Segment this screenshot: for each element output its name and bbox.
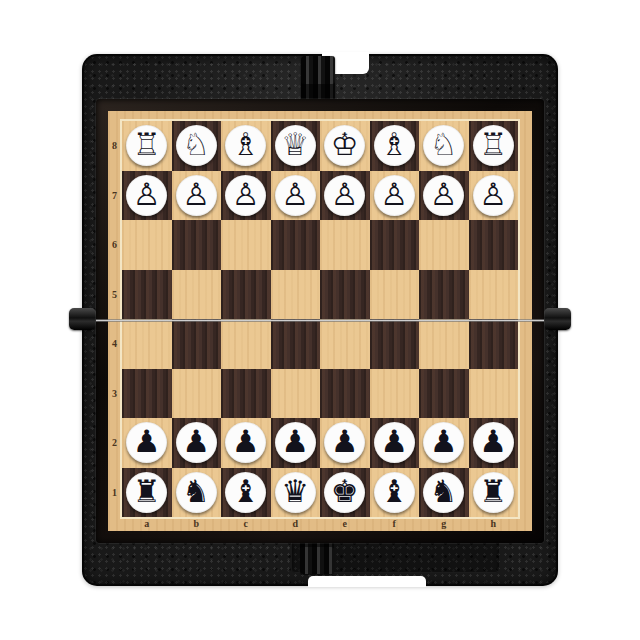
square-f8: ♗	[370, 121, 420, 171]
piece-black-pawn: ♟	[275, 422, 316, 463]
square-b4	[172, 319, 222, 369]
chess-piece-glyph: ♟	[380, 426, 408, 457]
piece-black-knight: ♞	[176, 472, 217, 513]
square-a5	[122, 270, 172, 320]
bottom-latch-notch	[308, 576, 426, 587]
square-g1: ♞	[419, 468, 469, 518]
square-e2: ♟	[320, 418, 370, 468]
square-c2: ♟	[221, 418, 271, 468]
square-a2: ♟	[122, 418, 172, 468]
square-d5	[271, 270, 321, 320]
square-c1: ♝	[221, 468, 271, 518]
square-c3	[221, 369, 271, 419]
square-b6	[172, 220, 222, 270]
square-f4	[370, 319, 420, 369]
piece-black-pawn: ♟	[374, 422, 415, 463]
square-c7: ♙	[221, 171, 271, 221]
square-e8: ♔	[320, 121, 370, 171]
chess-piece-glyph: ♟	[281, 426, 309, 457]
square-d3	[271, 369, 321, 419]
chess-piece-glyph: ♙	[430, 179, 458, 210]
piece-white-knight: ♘	[423, 125, 464, 166]
chess-piece-glyph: ♟	[133, 426, 161, 457]
chess-piece-glyph: ♙	[232, 179, 260, 210]
piece-white-bishop: ♗	[374, 125, 415, 166]
square-a3	[122, 369, 172, 419]
piece-black-king: ♚	[324, 472, 365, 513]
left-hinge-icon	[69, 308, 96, 330]
square-h3	[469, 369, 519, 419]
square-d4	[271, 319, 321, 369]
piece-white-pawn: ♙	[374, 175, 415, 216]
chess-piece-glyph: ♙	[182, 179, 210, 210]
chess-piece-glyph: ♟	[182, 426, 210, 457]
square-f6	[370, 220, 420, 270]
square-h8: ♖	[469, 121, 519, 171]
chess-piece-glyph: ♙	[133, 179, 161, 210]
square-e4	[320, 319, 370, 369]
chess-piece-glyph: ♗	[232, 129, 260, 160]
piece-white-pawn: ♙	[275, 175, 316, 216]
square-g3	[419, 369, 469, 419]
square-c8: ♗	[221, 121, 271, 171]
chess-piece-glyph: ♜	[133, 476, 161, 507]
chess-piece-glyph: ♟	[479, 426, 507, 457]
chess-piece-glyph: ♝	[232, 476, 260, 507]
square-a8: ♖	[122, 121, 172, 171]
square-a6	[122, 220, 172, 270]
board-frame: 87654321 abcdefgh ♖♘♗♕♔♗♘♖♙♙♙♙♙♙♙♙♟♟♟♟♟♟…	[96, 99, 544, 543]
chess-piece-glyph: ♙	[380, 179, 408, 210]
square-d1: ♛	[271, 468, 321, 518]
square-c6	[221, 220, 271, 270]
square-g4	[419, 319, 469, 369]
piece-white-rook: ♖	[126, 125, 167, 166]
square-f1: ♝	[370, 468, 420, 518]
piece-black-knight: ♞	[423, 472, 464, 513]
chess-piece-glyph: ♙	[281, 179, 309, 210]
chess-piece-glyph: ♙	[331, 179, 359, 210]
piece-white-bishop: ♗	[225, 125, 266, 166]
chess-piece-glyph: ♖	[133, 129, 161, 160]
piece-black-rook: ♜	[473, 472, 514, 513]
piece-black-bishop: ♝	[225, 472, 266, 513]
square-f5	[370, 270, 420, 320]
square-h2: ♟	[469, 418, 519, 468]
right-hinge-icon	[544, 308, 571, 330]
square-b5	[172, 270, 222, 320]
piece-white-king: ♔	[324, 125, 365, 166]
piece-black-pawn: ♟	[126, 422, 167, 463]
piece-white-pawn: ♙	[225, 175, 266, 216]
chess-piece-glyph: ♟	[232, 426, 260, 457]
piece-white-queen: ♕	[275, 125, 316, 166]
chess-piece-glyph: ♟	[331, 426, 359, 457]
chess-piece-glyph: ♗	[380, 129, 408, 160]
square-e7: ♙	[320, 171, 370, 221]
square-b8: ♘	[172, 121, 222, 171]
square-b1: ♞	[172, 468, 222, 518]
piece-white-rook: ♖	[473, 125, 514, 166]
square-g6	[419, 220, 469, 270]
square-d6	[271, 220, 321, 270]
chess-piece-glyph: ♝	[380, 476, 408, 507]
square-d8: ♕	[271, 121, 321, 171]
square-a7: ♙	[122, 171, 172, 221]
board-fold-line	[96, 319, 544, 322]
square-h7: ♙	[469, 171, 519, 221]
piece-black-queen: ♛	[275, 472, 316, 513]
piece-black-pawn: ♟	[423, 422, 464, 463]
piece-black-rook: ♜	[126, 472, 167, 513]
chess-piece-glyph: ♞	[430, 476, 458, 507]
square-h4	[469, 319, 519, 369]
square-f7: ♙	[370, 171, 420, 221]
chess-piece-glyph: ♜	[479, 476, 507, 507]
piece-black-bishop: ♝	[374, 472, 415, 513]
piece-white-pawn: ♙	[176, 175, 217, 216]
square-a1: ♜	[122, 468, 172, 518]
square-g2: ♟	[419, 418, 469, 468]
square-c5	[221, 270, 271, 320]
chess-piece-glyph: ♖	[479, 129, 507, 160]
square-g8: ♘	[419, 121, 469, 171]
chess-piece-glyph: ♙	[479, 179, 507, 210]
piece-white-pawn: ♙	[423, 175, 464, 216]
piece-white-pawn: ♙	[126, 175, 167, 216]
square-g7: ♙	[419, 171, 469, 221]
piece-black-pawn: ♟	[225, 422, 266, 463]
square-e1: ♚	[320, 468, 370, 518]
piece-white-pawn: ♙	[473, 175, 514, 216]
square-e6	[320, 220, 370, 270]
piece-black-pawn: ♟	[324, 422, 365, 463]
square-b2: ♟	[172, 418, 222, 468]
chess-piece-glyph: ♕	[281, 129, 309, 160]
square-g5	[419, 270, 469, 320]
square-c4	[221, 319, 271, 369]
square-e5	[320, 270, 370, 320]
chess-wallet-case: 87654321 abcdefgh ♖♘♗♕♔♗♘♖♙♙♙♙♙♙♙♙♟♟♟♟♟♟…	[82, 54, 558, 586]
chess-piece-glyph: ♘	[430, 129, 458, 160]
square-b3	[172, 369, 222, 419]
piece-black-pawn: ♟	[473, 422, 514, 463]
piece-white-knight: ♘	[176, 125, 217, 166]
chess-piece-glyph: ♔	[331, 129, 359, 160]
square-a4	[122, 319, 172, 369]
square-f3	[370, 369, 420, 419]
chess-piece-glyph: ♟	[430, 426, 458, 457]
piece-white-pawn: ♙	[324, 175, 365, 216]
piece-black-pawn: ♟	[176, 422, 217, 463]
square-e3	[320, 369, 370, 419]
square-h6	[469, 220, 519, 270]
chess-piece-glyph: ♚	[331, 476, 359, 507]
square-d7: ♙	[271, 171, 321, 221]
square-h1: ♜	[469, 468, 519, 518]
top-latch-icon	[301, 56, 335, 102]
product-photo: 87654321 abcdefgh ♖♘♗♕♔♗♘♖♙♙♙♙♙♙♙♙♟♟♟♟♟♟…	[0, 0, 640, 640]
square-b7: ♙	[172, 171, 222, 221]
square-f2: ♟	[370, 418, 420, 468]
chess-piece-glyph: ♛	[281, 476, 309, 507]
square-h5	[469, 270, 519, 320]
square-d2: ♟	[271, 418, 321, 468]
chess-piece-glyph: ♘	[182, 129, 210, 160]
chess-piece-glyph: ♞	[182, 476, 210, 507]
